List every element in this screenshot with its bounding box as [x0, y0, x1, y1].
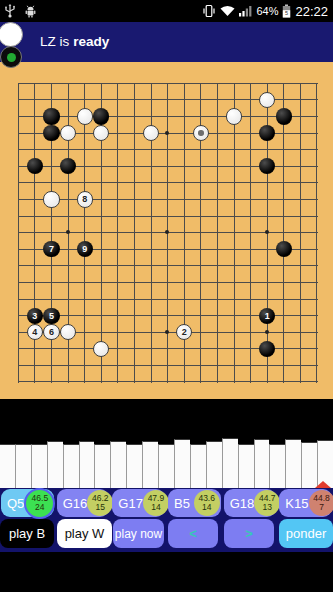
board-point[interactable] — [193, 175, 210, 192]
board-point[interactable] — [60, 224, 77, 241]
board-point[interactable] — [110, 75, 127, 92]
board-point[interactable] — [143, 307, 160, 324]
board-point[interactable] — [126, 341, 143, 358]
board-point[interactable] — [60, 158, 77, 175]
ponder-button[interactable]: ponder — [279, 519, 333, 548]
board-point[interactable] — [209, 291, 226, 308]
board-point[interactable] — [43, 291, 60, 308]
board-point[interactable] — [226, 191, 243, 208]
board-point[interactable] — [226, 274, 243, 291]
board-point[interactable] — [292, 175, 309, 192]
board-point[interactable] — [10, 258, 27, 275]
board-point[interactable] — [276, 208, 293, 225]
board-point[interactable] — [276, 357, 293, 374]
board-point[interactable] — [209, 92, 226, 109]
board-point[interactable] — [176, 191, 193, 208]
board-point[interactable] — [259, 357, 276, 374]
board-point[interactable] — [292, 158, 309, 175]
board-point[interactable] — [276, 241, 293, 258]
board-point[interactable] — [176, 374, 193, 391]
board-point[interactable] — [259, 191, 276, 208]
board-point[interactable] — [143, 291, 160, 308]
board-point[interactable] — [110, 191, 127, 208]
board-point[interactable] — [76, 108, 93, 125]
board-point[interactable] — [242, 357, 259, 374]
board-point[interactable] — [292, 291, 309, 308]
board-point[interactable] — [242, 258, 259, 275]
board-point[interactable] — [209, 175, 226, 192]
board-point[interactable] — [143, 75, 160, 92]
board-point[interactable] — [209, 357, 226, 374]
board-point[interactable] — [292, 274, 309, 291]
board-point[interactable] — [242, 374, 259, 391]
board-point[interactable] — [259, 75, 276, 92]
board-point[interactable]: 2 — [176, 324, 193, 341]
board-point[interactable] — [159, 208, 176, 225]
board-point[interactable] — [242, 224, 259, 241]
board-point[interactable] — [309, 75, 326, 92]
board-point[interactable] — [226, 357, 243, 374]
board-point[interactable] — [242, 141, 259, 158]
candidate-6[interactable]: K15 44.87 — [279, 489, 332, 517]
board-point[interactable] — [176, 125, 193, 142]
board-point[interactable] — [76, 158, 93, 175]
board-point[interactable] — [43, 108, 60, 125]
board-point[interactable] — [27, 341, 44, 358]
board-point[interactable] — [126, 324, 143, 341]
board-point[interactable] — [209, 125, 226, 142]
board-point[interactable] — [259, 108, 276, 125]
board-point[interactable] — [242, 175, 259, 192]
board-point[interactable] — [159, 341, 176, 358]
board-point[interactable] — [43, 224, 60, 241]
board-point[interactable] — [176, 224, 193, 241]
board-point[interactable] — [292, 241, 309, 258]
board-point[interactable] — [76, 125, 93, 142]
board-point[interactable] — [43, 258, 60, 275]
board-point[interactable] — [159, 224, 176, 241]
board-point[interactable] — [126, 224, 143, 241]
board-point[interactable] — [226, 125, 243, 142]
board-point[interactable] — [10, 158, 27, 175]
board-point[interactable] — [10, 108, 27, 125]
board-point[interactable] — [209, 374, 226, 391]
board-point[interactable] — [93, 258, 110, 275]
board-point[interactable] — [292, 341, 309, 358]
board-point[interactable] — [110, 357, 127, 374]
board-point[interactable] — [10, 274, 27, 291]
board-point[interactable] — [110, 175, 127, 192]
board-point[interactable] — [209, 307, 226, 324]
play-now-button[interactable]: play now — [113, 519, 164, 548]
board-point[interactable] — [76, 224, 93, 241]
board-point[interactable] — [93, 191, 110, 208]
board-point[interactable] — [10, 175, 27, 192]
board-point[interactable] — [209, 208, 226, 225]
board-point[interactable] — [126, 274, 143, 291]
board-point[interactable] — [209, 241, 226, 258]
board-point[interactable] — [276, 125, 293, 142]
board-point[interactable] — [176, 158, 193, 175]
board-point[interactable] — [176, 208, 193, 225]
board-point[interactable] — [276, 291, 293, 308]
board-point[interactable] — [27, 258, 44, 275]
board-point[interactable] — [292, 108, 309, 125]
board-point[interactable] — [226, 224, 243, 241]
board-point[interactable] — [242, 274, 259, 291]
board-point[interactable] — [209, 324, 226, 341]
board-point[interactable] — [292, 208, 309, 225]
board-point[interactable] — [27, 374, 44, 391]
board-point[interactable] — [226, 291, 243, 308]
board-grid[interactable]: 879351462 — [10, 75, 325, 390]
board-point[interactable] — [60, 291, 77, 308]
board-point[interactable] — [27, 108, 44, 125]
board-point[interactable] — [126, 108, 143, 125]
board-point[interactable] — [93, 125, 110, 142]
board-point[interactable] — [27, 92, 44, 109]
board-point[interactable] — [242, 108, 259, 125]
candidate-4[interactable]: B5 43.614 — [168, 489, 221, 517]
board-point[interactable] — [226, 175, 243, 192]
board-point[interactable] — [193, 274, 210, 291]
board-point[interactable] — [193, 307, 210, 324]
board-point[interactable] — [93, 92, 110, 109]
board-point[interactable]: 1 — [259, 307, 276, 324]
board-point[interactable] — [209, 75, 226, 92]
board-point[interactable] — [309, 341, 326, 358]
board-point[interactable] — [159, 258, 176, 275]
board-point[interactable] — [93, 224, 110, 241]
board-point[interactable] — [193, 291, 210, 308]
board-point[interactable] — [76, 291, 93, 308]
board-point[interactable] — [276, 341, 293, 358]
board-point[interactable] — [309, 141, 326, 158]
board-point[interactable] — [292, 75, 309, 92]
board-point[interactable] — [276, 108, 293, 125]
board-point[interactable] — [93, 307, 110, 324]
board-point[interactable] — [60, 208, 77, 225]
board-point[interactable] — [143, 158, 160, 175]
board-point[interactable] — [193, 324, 210, 341]
board-point[interactable] — [60, 75, 77, 92]
board-point[interactable] — [93, 208, 110, 225]
board-point[interactable] — [259, 141, 276, 158]
board-point[interactable] — [242, 307, 259, 324]
board-point[interactable] — [226, 208, 243, 225]
board-point[interactable] — [259, 374, 276, 391]
board-point[interactable] — [43, 374, 60, 391]
board-point[interactable] — [10, 208, 27, 225]
board-point[interactable] — [27, 175, 44, 192]
board-point[interactable] — [43, 75, 60, 92]
board-point[interactable] — [176, 92, 193, 109]
board-point[interactable] — [110, 241, 127, 258]
board-point[interactable] — [143, 374, 160, 391]
board-point[interactable] — [76, 374, 93, 391]
board-point[interactable] — [93, 341, 110, 358]
board-point[interactable] — [143, 258, 160, 275]
board-point[interactable] — [27, 191, 44, 208]
board-point[interactable] — [259, 258, 276, 275]
board-point[interactable] — [10, 374, 27, 391]
board-point[interactable] — [43, 208, 60, 225]
board-point[interactable] — [27, 125, 44, 142]
board-point[interactable] — [126, 307, 143, 324]
board-point[interactable] — [10, 357, 27, 374]
board-point[interactable] — [309, 108, 326, 125]
board-point[interactable] — [209, 158, 226, 175]
board-point[interactable] — [43, 158, 60, 175]
board-point[interactable] — [60, 307, 77, 324]
board-point[interactable] — [27, 274, 44, 291]
board-point[interactable] — [226, 258, 243, 275]
board-point[interactable] — [292, 92, 309, 109]
board-point[interactable] — [60, 125, 77, 142]
board-point[interactable] — [176, 274, 193, 291]
board-point[interactable] — [27, 141, 44, 158]
board-point[interactable] — [209, 258, 226, 275]
board-point[interactable] — [27, 208, 44, 225]
board-point[interactable] — [193, 191, 210, 208]
prev-move-button[interactable]: < — [168, 519, 218, 548]
board-point[interactable] — [176, 141, 193, 158]
next-move-button[interactable]: > — [224, 519, 274, 548]
board-point[interactable] — [242, 208, 259, 225]
board-point[interactable] — [110, 274, 127, 291]
candidate-5[interactable]: G18 44.713 — [224, 489, 277, 517]
board-point[interactable] — [292, 307, 309, 324]
board-point[interactable] — [27, 158, 44, 175]
candidate-2[interactable]: G16 46.215 — [57, 489, 110, 517]
candidate-3[interactable]: G17 47.914 — [112, 489, 165, 517]
board-point[interactable] — [309, 324, 326, 341]
board-point[interactable] — [259, 324, 276, 341]
board-point[interactable] — [126, 158, 143, 175]
board-point[interactable] — [10, 125, 27, 142]
board-point[interactable] — [110, 341, 127, 358]
board-point[interactable] — [60, 141, 77, 158]
board-point[interactable] — [10, 241, 27, 258]
board-point[interactable] — [93, 357, 110, 374]
board-point[interactable] — [226, 324, 243, 341]
board-point[interactable] — [226, 241, 243, 258]
board-point[interactable] — [110, 125, 127, 142]
board-point[interactable] — [10, 92, 27, 109]
board-point[interactable] — [27, 224, 44, 241]
board-point[interactable] — [143, 92, 160, 109]
board-point[interactable] — [110, 208, 127, 225]
board-point[interactable] — [309, 241, 326, 258]
board-point[interactable] — [159, 241, 176, 258]
board-point[interactable] — [43, 92, 60, 109]
board-point[interactable] — [126, 75, 143, 92]
board-point[interactable] — [76, 75, 93, 92]
board-point[interactable] — [126, 92, 143, 109]
board-point[interactable] — [110, 324, 127, 341]
board-point[interactable] — [60, 175, 77, 192]
board-point[interactable] — [110, 258, 127, 275]
board-point[interactable] — [159, 324, 176, 341]
board-point[interactable] — [259, 224, 276, 241]
board-point[interactable] — [193, 374, 210, 391]
board-point[interactable] — [143, 175, 160, 192]
board-point[interactable] — [126, 125, 143, 142]
board-point[interactable] — [226, 141, 243, 158]
board-point[interactable] — [143, 324, 160, 341]
board-point[interactable] — [76, 175, 93, 192]
board-point[interactable] — [43, 125, 60, 142]
board-point[interactable] — [110, 224, 127, 241]
board-point[interactable] — [60, 357, 77, 374]
board-point[interactable] — [126, 208, 143, 225]
board-point[interactable] — [76, 341, 93, 358]
go-board[interactable]: 879351462 — [0, 62, 333, 399]
board-point[interactable] — [176, 307, 193, 324]
board-point[interactable] — [10, 291, 27, 308]
board-point[interactable]: 6 — [43, 324, 60, 341]
board-point[interactable] — [27, 357, 44, 374]
board-point[interactable] — [242, 341, 259, 358]
board-point[interactable] — [176, 75, 193, 92]
board-point[interactable] — [276, 158, 293, 175]
board-point[interactable] — [309, 374, 326, 391]
board-point[interactable] — [292, 191, 309, 208]
board-point[interactable] — [193, 208, 210, 225]
board-point[interactable] — [110, 108, 127, 125]
board-point[interactable] — [193, 75, 210, 92]
board-point[interactable] — [93, 291, 110, 308]
board-point[interactable] — [143, 208, 160, 225]
board-point[interactable] — [27, 75, 44, 92]
board-point[interactable] — [209, 191, 226, 208]
board-point[interactable] — [93, 108, 110, 125]
board-point[interactable] — [176, 291, 193, 308]
board-point[interactable] — [193, 158, 210, 175]
board-point[interactable] — [242, 158, 259, 175]
board-point[interactable] — [242, 92, 259, 109]
board-point[interactable] — [93, 241, 110, 258]
board-point[interactable] — [76, 208, 93, 225]
board-point[interactable] — [193, 141, 210, 158]
board-point[interactable] — [276, 307, 293, 324]
board-point[interactable] — [159, 357, 176, 374]
board-point[interactable] — [143, 191, 160, 208]
board-point[interactable] — [110, 374, 127, 391]
board-point[interactable] — [93, 324, 110, 341]
board-point[interactable] — [292, 258, 309, 275]
board-point[interactable] — [259, 341, 276, 358]
board-point[interactable]: 8 — [76, 191, 93, 208]
board-point[interactable] — [309, 258, 326, 275]
board-point[interactable] — [93, 274, 110, 291]
board-point[interactable] — [309, 307, 326, 324]
board-point[interactable] — [226, 158, 243, 175]
board-point[interactable] — [276, 191, 293, 208]
board-point[interactable] — [143, 108, 160, 125]
board-point[interactable] — [259, 291, 276, 308]
board-point[interactable] — [209, 274, 226, 291]
board-point[interactable] — [76, 324, 93, 341]
board-point[interactable] — [159, 108, 176, 125]
board-point[interactable] — [309, 92, 326, 109]
board-point[interactable] — [60, 92, 77, 109]
board-point[interactable] — [159, 125, 176, 142]
board-point[interactable] — [159, 141, 176, 158]
board-point[interactable] — [259, 158, 276, 175]
board-point[interactable] — [209, 141, 226, 158]
board-point[interactable] — [110, 141, 127, 158]
board-point[interactable] — [143, 224, 160, 241]
board-point[interactable] — [276, 75, 293, 92]
board-point[interactable] — [309, 274, 326, 291]
board-point[interactable] — [159, 158, 176, 175]
board-point[interactable] — [93, 158, 110, 175]
board-point[interactable] — [193, 108, 210, 125]
board-point[interactable] — [10, 307, 27, 324]
board-point[interactable] — [93, 141, 110, 158]
board-point[interactable] — [276, 175, 293, 192]
board-point[interactable] — [259, 125, 276, 142]
board-point[interactable] — [276, 258, 293, 275]
board-point[interactable] — [143, 125, 160, 142]
board-point[interactable] — [10, 191, 27, 208]
board-point[interactable] — [292, 125, 309, 142]
board-point[interactable] — [292, 224, 309, 241]
board-point[interactable] — [176, 341, 193, 358]
board-point[interactable] — [242, 324, 259, 341]
board-point[interactable] — [110, 158, 127, 175]
play-black-button[interactable]: play B — [0, 519, 54, 548]
board-point[interactable] — [126, 357, 143, 374]
board-point[interactable] — [259, 175, 276, 192]
candidate-1[interactable]: Q5 46.524 — [1, 489, 54, 517]
board-point[interactable] — [126, 241, 143, 258]
board-point[interactable] — [76, 258, 93, 275]
board-point[interactable] — [309, 191, 326, 208]
board-point[interactable] — [276, 274, 293, 291]
board-point[interactable]: 5 — [43, 307, 60, 324]
board-point[interactable] — [259, 274, 276, 291]
board-point[interactable] — [60, 274, 77, 291]
board-point[interactable] — [276, 141, 293, 158]
board-point[interactable] — [242, 75, 259, 92]
board-point[interactable] — [60, 374, 77, 391]
board-point[interactable] — [242, 125, 259, 142]
board-point[interactable] — [193, 258, 210, 275]
board-point[interactable] — [209, 108, 226, 125]
board-point[interactable] — [43, 141, 60, 158]
board-point[interactable]: 9 — [76, 241, 93, 258]
board-point[interactable] — [27, 291, 44, 308]
board-point[interactable] — [276, 324, 293, 341]
board-point[interactable] — [176, 258, 193, 275]
board-point[interactable] — [292, 357, 309, 374]
board-point[interactable] — [60, 108, 77, 125]
board-point[interactable] — [176, 175, 193, 192]
board-point[interactable] — [226, 75, 243, 92]
board-point[interactable] — [159, 191, 176, 208]
board-point[interactable]: 3 — [27, 307, 44, 324]
board-point[interactable] — [93, 374, 110, 391]
board-point[interactable] — [60, 341, 77, 358]
board-point[interactable] — [209, 341, 226, 358]
board-point[interactable] — [10, 141, 27, 158]
board-point[interactable] — [259, 241, 276, 258]
board-point[interactable] — [126, 258, 143, 275]
board-point[interactable] — [259, 208, 276, 225]
board-point[interactable] — [93, 75, 110, 92]
